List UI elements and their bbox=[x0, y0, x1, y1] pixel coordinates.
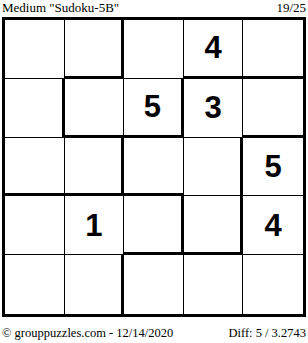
sudoku-board: 453514 bbox=[2, 17, 306, 317]
difficulty-text: Diff: 5 / 3.2743 bbox=[228, 327, 306, 340]
cell-r2c5[interactable] bbox=[243, 79, 303, 138]
cell-r3c4[interactable] bbox=[184, 138, 244, 197]
cell-r1c3[interactable] bbox=[124, 20, 184, 79]
cell-r5c3[interactable] bbox=[124, 255, 184, 314]
cell-r3c2[interactable] bbox=[65, 138, 125, 197]
cell-r3c5-given: 5 bbox=[243, 138, 303, 197]
cell-r4c5-given: 4 bbox=[243, 196, 303, 255]
cell-r2c2[interactable] bbox=[65, 79, 125, 138]
cell-r3c1[interactable] bbox=[5, 138, 65, 197]
cells-remaining-counter: 19/25 bbox=[276, 1, 306, 15]
copyright-text: © grouppuzzles.com - 12/14/2020 bbox=[2, 327, 173, 340]
cell-r4c3[interactable] bbox=[124, 196, 184, 255]
cell-r2c3-given: 5 bbox=[124, 79, 184, 138]
cell-r5c4[interactable] bbox=[184, 255, 244, 314]
cell-r2c1[interactable] bbox=[5, 79, 65, 138]
cell-r5c2[interactable] bbox=[65, 255, 125, 314]
header: Medium "Sudoku-5B" 19/25 bbox=[0, 0, 308, 17]
puzzle-title: Medium "Sudoku-5B" bbox=[2, 1, 119, 15]
puzzle-page: Medium "Sudoku-5B" 19/25 453514 © groupp… bbox=[0, 0, 308, 343]
cell-r1c5[interactable] bbox=[243, 20, 303, 79]
cell-r1c2[interactable] bbox=[65, 20, 125, 79]
cell-r2c4-given: 3 bbox=[184, 79, 244, 138]
footer: © grouppuzzles.com - 12/14/2020 Diff: 5 … bbox=[2, 327, 306, 340]
cell-r5c1[interactable] bbox=[5, 255, 65, 314]
cell-r4c1[interactable] bbox=[5, 196, 65, 255]
cell-r4c4[interactable] bbox=[184, 196, 244, 255]
cell-r1c4-given: 4 bbox=[184, 20, 244, 79]
cell-r5c5[interactable] bbox=[243, 255, 303, 314]
cell-r3c3[interactable] bbox=[124, 138, 184, 197]
cell-r4c2-given: 1 bbox=[65, 196, 125, 255]
cell-r1c1[interactable] bbox=[5, 20, 65, 79]
